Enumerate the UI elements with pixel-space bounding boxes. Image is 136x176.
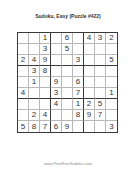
cell-r2c1[interactable] (18, 44, 29, 55)
cell-r2c8[interactable] (95, 44, 106, 55)
cell-r6c5[interactable] (62, 88, 73, 99)
cell-r8c5[interactable] (62, 110, 73, 121)
footer-url: www.PrintFreeSudoku.com (0, 161, 136, 166)
cell-r9c9: 3 (106, 121, 117, 132)
cell-r9c2: 8 (29, 121, 40, 132)
cell-r9c5: 9 (62, 121, 73, 132)
cell-r9c1: 5 (18, 121, 29, 132)
cell-r3c5[interactable] (62, 55, 73, 66)
cell-r1c4[interactable] (51, 33, 62, 44)
cell-r7c3[interactable] (40, 99, 51, 110)
cell-r6c4: 3 (51, 88, 62, 99)
cell-r5c4: 9 (51, 77, 62, 88)
cell-r7c4: 4 (51, 99, 62, 110)
cell-r3c4[interactable] (51, 55, 62, 66)
cell-r1c9: 2 (106, 33, 117, 44)
cell-r2c3: 3 (40, 44, 51, 55)
cell-r6c9: 1 (106, 88, 117, 99)
cell-r4c6[interactable] (73, 66, 84, 77)
cell-r7c5[interactable] (62, 99, 73, 110)
cell-r7c2[interactable] (29, 99, 40, 110)
cell-r8c8: 7 (95, 110, 106, 121)
cell-r8c3: 4 (40, 110, 51, 121)
cell-r9c4: 6 (51, 121, 62, 132)
cell-r1c1[interactable] (18, 33, 29, 44)
cell-r5c9[interactable] (106, 77, 117, 88)
cell-r4c3: 8 (40, 66, 51, 77)
cell-r6c7[interactable] (84, 88, 95, 99)
cell-r8c6: 8 (73, 110, 84, 121)
cell-r3c1: 2 (18, 55, 29, 66)
cell-r1c3: 1 (40, 33, 51, 44)
cell-r2c4[interactable] (51, 44, 62, 55)
cell-r3c8[interactable] (95, 55, 106, 66)
cell-r2c2[interactable] (29, 44, 40, 55)
cell-r8c4[interactable] (51, 110, 62, 121)
cell-r2c6[interactable] (73, 44, 84, 55)
cell-r6c2[interactable] (29, 88, 40, 99)
cell-r4c8[interactable] (95, 66, 106, 77)
cell-r5c5[interactable] (62, 77, 73, 88)
cell-r7c7: 2 (84, 99, 95, 110)
cell-r9c6[interactable] (73, 121, 84, 132)
cell-r7c9[interactable] (106, 99, 117, 110)
cell-r2c5: 5 (62, 44, 73, 55)
cell-r8c1[interactable] (18, 110, 29, 121)
cell-r5c1[interactable] (18, 77, 29, 88)
cell-r1c5: 6 (62, 33, 73, 44)
cell-r1c8: 3 (95, 33, 106, 44)
cell-r4c5[interactable] (62, 66, 73, 77)
cell-r4c1[interactable] (18, 66, 29, 77)
cell-r6c6: 7 (73, 88, 84, 99)
cell-r6c1: 4 (18, 88, 29, 99)
cell-r7c8: 5 (95, 99, 106, 110)
cell-r3c6: 3 (73, 55, 84, 66)
cell-r9c7[interactable] (84, 121, 95, 132)
cell-r5c6: 6 (73, 77, 84, 88)
puzzle-title: Sudoku, Easy (Puzzle #422) (0, 13, 136, 19)
cell-r2c9[interactable] (106, 44, 117, 55)
cell-r1c7: 4 (84, 33, 95, 44)
cell-r4c9[interactable] (106, 66, 117, 77)
cell-r5c7[interactable] (84, 77, 95, 88)
cell-r3c7[interactable] (84, 55, 95, 66)
cell-r6c3[interactable] (40, 88, 51, 99)
cell-r5c2: 1 (29, 77, 40, 88)
cell-r9c8[interactable] (95, 121, 106, 132)
sudoku-board: 164323524935381964371412524897587693 (17, 32, 118, 133)
cell-r7c1[interactable] (18, 99, 29, 110)
cell-r3c2: 4 (29, 55, 40, 66)
cell-r1c6[interactable] (73, 33, 84, 44)
cell-r9c3: 7 (40, 121, 51, 132)
cell-r5c3[interactable] (40, 77, 51, 88)
cell-r8c2: 2 (29, 110, 40, 121)
cell-r4c2: 3 (29, 66, 40, 77)
cell-r8c7: 9 (84, 110, 95, 121)
cell-r5c8[interactable] (95, 77, 106, 88)
cell-r7c6: 1 (73, 99, 84, 110)
cell-r1c2[interactable] (29, 33, 40, 44)
cell-r3c9: 5 (106, 55, 117, 66)
cell-r3c3: 9 (40, 55, 51, 66)
cell-r4c7[interactable] (84, 66, 95, 77)
cell-r8c9[interactable] (106, 110, 117, 121)
cell-r2c7[interactable] (84, 44, 95, 55)
cell-r4c4[interactable] (51, 66, 62, 77)
cell-r6c8[interactable] (95, 88, 106, 99)
